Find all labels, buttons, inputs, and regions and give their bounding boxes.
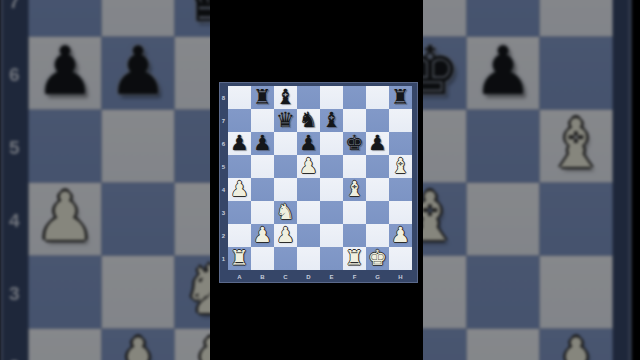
rank-label-5: 5 bbox=[219, 155, 228, 178]
square-e3[interactable] bbox=[320, 201, 343, 224]
square-f8[interactable] bbox=[343, 86, 366, 109]
black-king: ♚ bbox=[343, 132, 366, 155]
square-d7[interactable]: ♞ bbox=[297, 109, 320, 132]
square-b5[interactable] bbox=[251, 155, 274, 178]
square-h7[interactable] bbox=[389, 109, 412, 132]
square-d3[interactable] bbox=[297, 201, 320, 224]
square-c1[interactable] bbox=[274, 247, 297, 270]
square-h5[interactable]: ♝ bbox=[389, 155, 412, 178]
square-d6[interactable]: ♟ bbox=[297, 132, 320, 155]
square-c2[interactable]: ♟ bbox=[274, 224, 297, 247]
file-label-g: G bbox=[366, 270, 389, 283]
black-bishop: ♝ bbox=[320, 109, 343, 132]
file-label-f: F bbox=[343, 270, 366, 283]
file-labels: ABCDEFGH bbox=[228, 270, 412, 283]
black-pawn: ♟ bbox=[228, 132, 251, 155]
square-a1[interactable]: ♜ bbox=[228, 247, 251, 270]
square-f2[interactable] bbox=[343, 224, 366, 247]
black-knight: ♞ bbox=[297, 109, 320, 132]
white-pawn: ♟ bbox=[297, 155, 320, 178]
rank-label-1: 1 bbox=[219, 247, 228, 270]
black-pawn: ♟ bbox=[366, 132, 389, 155]
center-video-column: 87654321♜♝♜♛♞♝♟♟♟♚♟♟♝♟♝♞♟♟♟♜♜♚ABCDEFGH bbox=[210, 0, 423, 360]
square-c5[interactable] bbox=[274, 155, 297, 178]
square-g4[interactable] bbox=[366, 178, 389, 201]
square-c7[interactable]: ♛ bbox=[274, 109, 297, 132]
square-h3[interactable] bbox=[389, 201, 412, 224]
square-g5[interactable] bbox=[366, 155, 389, 178]
square-a7[interactable] bbox=[228, 109, 251, 132]
black-pawn: ♟ bbox=[251, 132, 274, 155]
square-f5[interactable] bbox=[343, 155, 366, 178]
square-c6[interactable] bbox=[274, 132, 297, 155]
square-d2[interactable] bbox=[297, 224, 320, 247]
square-e6[interactable] bbox=[320, 132, 343, 155]
rank-label-7: 7 bbox=[219, 109, 228, 132]
square-b3[interactable] bbox=[251, 201, 274, 224]
white-pawn: ♟ bbox=[228, 178, 251, 201]
square-b8[interactable]: ♜ bbox=[251, 86, 274, 109]
square-b6[interactable]: ♟ bbox=[251, 132, 274, 155]
square-e4[interactable] bbox=[320, 178, 343, 201]
rank-label-6: 6 bbox=[219, 132, 228, 155]
square-a4[interactable]: ♟ bbox=[228, 178, 251, 201]
black-bishop: ♝ bbox=[274, 86, 297, 109]
file-label-c: C bbox=[274, 270, 297, 283]
file-label-h: H bbox=[389, 270, 412, 283]
file-label-b: B bbox=[251, 270, 274, 283]
white-pawn: ♟ bbox=[389, 224, 412, 247]
square-c3[interactable]: ♞ bbox=[274, 201, 297, 224]
square-e5[interactable] bbox=[320, 155, 343, 178]
square-d8[interactable] bbox=[297, 86, 320, 109]
square-e1[interactable] bbox=[320, 247, 343, 270]
file-label-e: E bbox=[320, 270, 343, 283]
square-a5[interactable] bbox=[228, 155, 251, 178]
square-a6[interactable]: ♟ bbox=[228, 132, 251, 155]
file-label-a: A bbox=[228, 270, 251, 283]
chess-board: 87654321♜♝♜♛♞♝♟♟♟♚♟♟♝♟♝♞♟♟♟♜♜♚ABCDEFGH bbox=[219, 82, 418, 283]
square-g6[interactable]: ♟ bbox=[366, 132, 389, 155]
square-d5[interactable]: ♟ bbox=[297, 155, 320, 178]
square-d1[interactable] bbox=[297, 247, 320, 270]
square-e8[interactable] bbox=[320, 86, 343, 109]
black-rook: ♜ bbox=[389, 86, 412, 109]
square-b2[interactable]: ♟ bbox=[251, 224, 274, 247]
white-pawn: ♟ bbox=[274, 224, 297, 247]
white-rook: ♜ bbox=[343, 247, 366, 270]
square-f7[interactable] bbox=[343, 109, 366, 132]
square-f1[interactable]: ♜ bbox=[343, 247, 366, 270]
white-knight: ♞ bbox=[274, 201, 297, 224]
square-h6[interactable] bbox=[389, 132, 412, 155]
square-e7[interactable]: ♝ bbox=[320, 109, 343, 132]
white-bishop: ♝ bbox=[343, 178, 366, 201]
black-rook: ♜ bbox=[251, 86, 274, 109]
white-king: ♚ bbox=[366, 247, 389, 270]
square-c8[interactable]: ♝ bbox=[274, 86, 297, 109]
rank-label-3: 3 bbox=[219, 201, 228, 224]
square-b7[interactable] bbox=[251, 109, 274, 132]
square-h2[interactable]: ♟ bbox=[389, 224, 412, 247]
white-pawn: ♟ bbox=[251, 224, 274, 247]
square-h1[interactable] bbox=[389, 247, 412, 270]
square-a3[interactable] bbox=[228, 201, 251, 224]
square-f4[interactable]: ♝ bbox=[343, 178, 366, 201]
square-c4[interactable] bbox=[274, 178, 297, 201]
board-grid: ♜♝♜♛♞♝♟♟♟♚♟♟♝♟♝♞♟♟♟♜♜♚ bbox=[228, 86, 412, 270]
square-a2[interactable] bbox=[228, 224, 251, 247]
black-pawn: ♟ bbox=[297, 132, 320, 155]
square-g1[interactable]: ♚ bbox=[366, 247, 389, 270]
square-h8[interactable]: ♜ bbox=[389, 86, 412, 109]
square-h4[interactable] bbox=[389, 178, 412, 201]
square-e2[interactable] bbox=[320, 224, 343, 247]
square-g3[interactable] bbox=[366, 201, 389, 224]
rank-label-8: 8 bbox=[219, 86, 228, 109]
video-frame[interactable]: 87654321♜♝♜♛♞♝♟♟♟♚♟♟♝♟♝♞♟♟♟♜♜♚ABCDEFGH 8… bbox=[0, 0, 640, 360]
square-a8[interactable] bbox=[228, 86, 251, 109]
square-d4[interactable] bbox=[297, 178, 320, 201]
black-queen: ♛ bbox=[274, 109, 297, 132]
square-f6[interactable]: ♚ bbox=[343, 132, 366, 155]
square-b4[interactable] bbox=[251, 178, 274, 201]
rank-labels: 87654321 bbox=[219, 86, 228, 270]
square-g8[interactable] bbox=[366, 86, 389, 109]
rank-label-4: 4 bbox=[219, 178, 228, 201]
square-g2[interactable] bbox=[366, 224, 389, 247]
white-rook: ♜ bbox=[228, 247, 251, 270]
square-b1[interactable] bbox=[251, 247, 274, 270]
square-f3[interactable] bbox=[343, 201, 366, 224]
file-label-d: D bbox=[297, 270, 320, 283]
rank-label-2: 2 bbox=[219, 224, 228, 247]
white-bishop: ♝ bbox=[389, 155, 412, 178]
square-g7[interactable] bbox=[366, 109, 389, 132]
